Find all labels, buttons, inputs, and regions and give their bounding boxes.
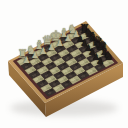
chess-piece-wB: ♝ — [30, 39, 48, 52]
chess-piece-bN: ♞ — [80, 27, 98, 39]
chess-piece-bP: ♟ — [87, 53, 105, 62]
chess-piece-wP: ♟ — [43, 43, 61, 52]
chess-piece-bN: ♞ — [99, 50, 117, 62]
pieces-layer: ♜♞♝♛♚♝♞♟♟♟♟♟♟♟♜♟♞♟♝♟♛♟♚♟♝♟♞ — [0, 0, 128, 128]
chess-piece-bK: ♚ — [91, 38, 109, 53]
chess-piece-wP: ♟ — [67, 30, 85, 39]
chess-piece-bP: ♟ — [79, 44, 97, 53]
chess-piece-wP: ♟ — [18, 56, 36, 65]
chess-piece-wN: ♞ — [22, 44, 40, 56]
chess-piece-bQ: ♛ — [87, 35, 105, 49]
chess-piece-bR: ♜ — [76, 23, 94, 35]
chess-piece-bB: ♝ — [95, 45, 113, 58]
chess-piece-wP: ♟ — [51, 39, 69, 48]
chess-piece-wP: ♟ — [34, 47, 52, 56]
chess-piece-bP: ♟ — [91, 57, 109, 66]
chess-piece-wR: ♜ — [14, 48, 32, 60]
chess-piece-wN: ♞ — [63, 23, 81, 35]
chess-piece-wB: ♝ — [55, 27, 73, 40]
chess-piece-wQ: ♛ — [39, 34, 57, 48]
chess-piece-wP: ♟ — [26, 51, 44, 60]
chess-piece-bP: ♟ — [71, 35, 89, 44]
chess-piece-bB: ♝ — [84, 31, 102, 44]
chess-piece-bP: ♟ — [83, 48, 101, 57]
chess-piece-wP: ♟ — [59, 34, 77, 43]
chess-piece-bP: ♟ — [75, 39, 93, 48]
chess-set-photo: ♜♞♝♛♚♝♞♟♟♟♟♟♟♟♜♟♞♟♝♟♛♟♚♟♝♟♞ — [0, 0, 128, 128]
chess-piece-wK: ♚ — [47, 29, 65, 44]
